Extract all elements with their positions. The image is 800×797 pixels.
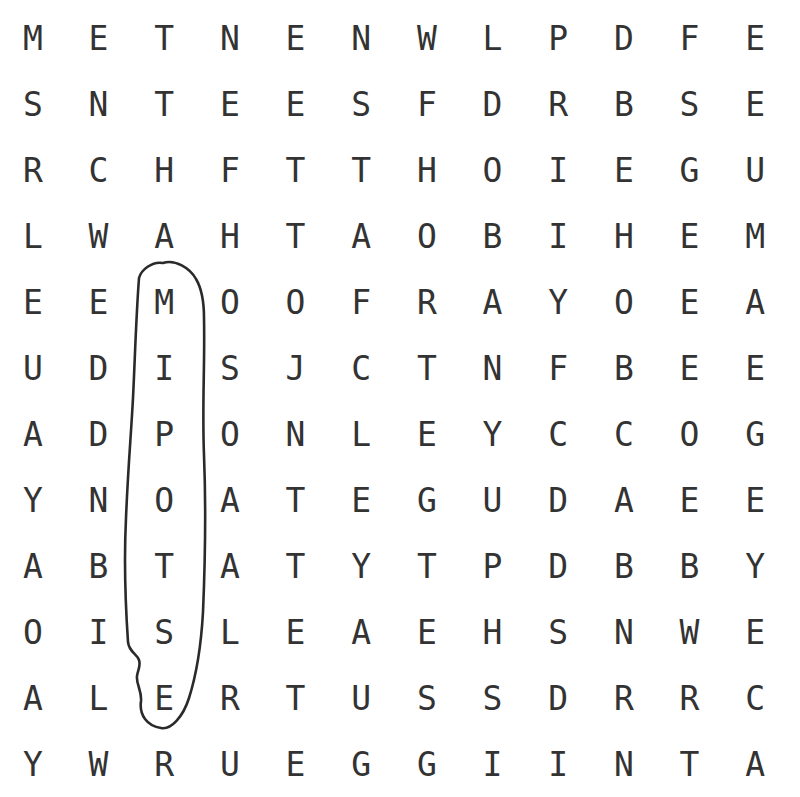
grid-cell[interactable]: I <box>525 731 591 797</box>
grid-cell[interactable]: B <box>460 204 526 270</box>
grid-cell[interactable]: A <box>197 467 263 533</box>
grid-cell[interactable]: I <box>525 138 591 204</box>
grid-cell[interactable]: A <box>131 204 197 270</box>
grid-cell[interactable]: I <box>460 731 526 797</box>
grid-cell[interactable]: S <box>0 72 66 138</box>
grid-cell[interactable]: D <box>591 6 657 72</box>
grid-cell[interactable]: E <box>722 599 788 665</box>
grid-cell[interactable]: N <box>328 6 394 72</box>
grid-cell[interactable]: E <box>722 72 788 138</box>
grid-cell[interactable]: N <box>591 599 657 665</box>
grid-cell[interactable]: O <box>657 401 723 467</box>
grid-cell[interactable]: A <box>328 204 394 270</box>
grid-cell[interactable]: Y <box>460 401 526 467</box>
grid-cell[interactable]: B <box>66 533 132 599</box>
grid-cell[interactable]: Y <box>525 270 591 336</box>
grid-cell[interactable]: B <box>591 72 657 138</box>
grid-cell[interactable]: D <box>525 467 591 533</box>
grid-cell[interactable]: F <box>394 72 460 138</box>
grid-cell[interactable]: E <box>591 138 657 204</box>
grid-cell[interactable]: O <box>460 138 526 204</box>
grid-cell[interactable]: H <box>394 138 460 204</box>
grid-cell[interactable]: E <box>657 270 723 336</box>
grid-cell[interactable]: D <box>525 533 591 599</box>
grid-cell[interactable]: L <box>328 401 394 467</box>
grid-cell[interactable]: D <box>525 665 591 731</box>
grid-cell[interactable]: M <box>0 6 66 72</box>
grid-cell[interactable]: N <box>460 336 526 402</box>
grid-cell[interactable]: C <box>722 665 788 731</box>
grid-cell[interactable]: H <box>591 204 657 270</box>
grid-cell[interactable]: I <box>131 336 197 402</box>
grid-cell[interactable]: J <box>263 336 329 402</box>
grid-cell[interactable]: N <box>591 731 657 797</box>
grid-cell[interactable]: H <box>197 204 263 270</box>
grid-cell[interactable]: N <box>263 401 329 467</box>
grid-cell[interactable]: N <box>197 6 263 72</box>
grid-cell[interactable]: T <box>131 533 197 599</box>
grid-cell[interactable]: Y <box>328 533 394 599</box>
grid-cell[interactable]: F <box>328 270 394 336</box>
grid-cell[interactable]: A <box>0 401 66 467</box>
grid-cell[interactable]: L <box>460 6 526 72</box>
grid-cell[interactable]: A <box>197 533 263 599</box>
grid-cell[interactable]: E <box>263 599 329 665</box>
grid-cell[interactable]: S <box>131 599 197 665</box>
grid-cell[interactable]: T <box>263 138 329 204</box>
grid-cell[interactable]: S <box>394 665 460 731</box>
grid-cell[interactable]: C <box>525 401 591 467</box>
grid-cell[interactable]: L <box>197 599 263 665</box>
grid-cell[interactable]: Y <box>722 533 788 599</box>
grid-cell[interactable]: E <box>394 599 460 665</box>
grid-cell[interactable]: S <box>525 599 591 665</box>
grid-cell[interactable]: R <box>0 138 66 204</box>
grid-cell[interactable]: G <box>394 731 460 797</box>
grid-cell[interactable]: Y <box>0 467 66 533</box>
grid-cell[interactable]: S <box>657 72 723 138</box>
grid-cell[interactable]: T <box>657 731 723 797</box>
grid-cell[interactable]: E <box>722 336 788 402</box>
grid-cell[interactable]: U <box>328 665 394 731</box>
grid-cell[interactable]: S <box>328 72 394 138</box>
grid-cell[interactable]: E <box>657 336 723 402</box>
grid-cell[interactable]: N <box>66 467 132 533</box>
grid-cell[interactable]: F <box>525 336 591 402</box>
grid-cell[interactable]: E <box>657 467 723 533</box>
grid-cell[interactable]: E <box>263 6 329 72</box>
grid-cell[interactable]: W <box>657 599 723 665</box>
grid-cell[interactable]: T <box>394 533 460 599</box>
grid-cell[interactable]: D <box>66 401 132 467</box>
grid-cell[interactable]: G <box>722 401 788 467</box>
grid-cell[interactable]: G <box>394 467 460 533</box>
grid-cell[interactable]: M <box>722 204 788 270</box>
grid-cell[interactable]: C <box>66 138 132 204</box>
grid-cell[interactable]: H <box>131 138 197 204</box>
grid-cell[interactable]: A <box>591 467 657 533</box>
grid-cell[interactable]: N <box>66 72 132 138</box>
grid-cell[interactable]: F <box>657 6 723 72</box>
grid-cell[interactable]: G <box>328 731 394 797</box>
grid-cell[interactable]: T <box>263 533 329 599</box>
grid-cell[interactable]: E <box>0 270 66 336</box>
grid-cell[interactable]: B <box>657 533 723 599</box>
grid-cell[interactable]: T <box>131 6 197 72</box>
grid-cell[interactable]: A <box>460 270 526 336</box>
grid-cell[interactable]: O <box>0 599 66 665</box>
grid-cell[interactable]: D <box>460 72 526 138</box>
grid-cell[interactable]: D <box>66 336 132 402</box>
grid-cell[interactable]: E <box>657 204 723 270</box>
grid-cell[interactable]: E <box>263 731 329 797</box>
grid-cell[interactable]: I <box>66 599 132 665</box>
grid-cell[interactable]: Y <box>0 731 66 797</box>
grid-cell[interactable]: H <box>460 599 526 665</box>
grid-cell[interactable]: I <box>525 204 591 270</box>
word-search-board: METNENWLPDFESNTEESFDRBSERCHFTTHOIEGULWAH… <box>0 0 800 797</box>
grid-cell[interactable]: O <box>197 401 263 467</box>
grid-cell[interactable]: E <box>197 72 263 138</box>
grid-cell[interactable]: A <box>722 270 788 336</box>
grid-cell[interactable]: O <box>394 204 460 270</box>
grid-cell[interactable]: B <box>591 336 657 402</box>
grid-cell[interactable]: C <box>328 336 394 402</box>
grid-cell[interactable]: R <box>657 665 723 731</box>
grid-cell[interactable]: T <box>263 204 329 270</box>
grid-cell[interactable]: U <box>197 731 263 797</box>
grid-cell[interactable]: W <box>66 204 132 270</box>
grid-cell[interactable]: O <box>197 270 263 336</box>
grid-cell[interactable]: A <box>328 599 394 665</box>
grid-cell[interactable]: E <box>131 665 197 731</box>
grid-cell[interactable]: E <box>66 270 132 336</box>
grid-cell[interactable]: P <box>460 533 526 599</box>
grid-cell[interactable]: T <box>131 72 197 138</box>
grid-cell[interactable]: R <box>131 731 197 797</box>
grid-cell[interactable]: W <box>66 731 132 797</box>
grid-cell[interactable]: T <box>263 665 329 731</box>
grid-cell[interactable]: F <box>197 138 263 204</box>
grid-cell[interactable]: G <box>657 138 723 204</box>
grid-cell[interactable]: S <box>460 665 526 731</box>
grid-cell[interactable]: B <box>591 533 657 599</box>
grid-cell[interactable]: A <box>0 533 66 599</box>
grid-cell[interactable]: L <box>66 665 132 731</box>
grid-cell[interactable]: E <box>394 401 460 467</box>
grid-cell[interactable]: R <box>197 665 263 731</box>
grid-cell[interactable]: P <box>525 6 591 72</box>
grid-cell[interactable]: E <box>263 72 329 138</box>
grid-cell[interactable]: E <box>66 6 132 72</box>
grid-cell[interactable]: U <box>722 138 788 204</box>
grid-cell[interactable]: P <box>131 401 197 467</box>
grid-cell[interactable]: W <box>394 6 460 72</box>
letter-grid: METNENWLPDFESNTEESFDRBSERCHFTTHOIEGULWAH… <box>0 6 788 797</box>
grid-cell[interactable]: A <box>0 665 66 731</box>
grid-cell[interactable]: T <box>328 138 394 204</box>
grid-cell[interactable]: E <box>328 467 394 533</box>
grid-cell[interactable]: L <box>0 204 66 270</box>
grid-cell[interactable]: R <box>591 665 657 731</box>
grid-cell[interactable]: S <box>197 336 263 402</box>
grid-cell[interactable]: T <box>394 336 460 402</box>
grid-cell[interactable]: A <box>722 731 788 797</box>
grid-cell[interactable]: E <box>722 6 788 72</box>
grid-cell[interactable]: C <box>591 401 657 467</box>
grid-cell[interactable]: O <box>591 270 657 336</box>
grid-cell[interactable]: E <box>722 467 788 533</box>
grid-cell[interactable]: U <box>460 467 526 533</box>
grid-cell[interactable]: U <box>0 336 66 402</box>
grid-cell[interactable]: O <box>131 467 197 533</box>
grid-cell[interactable]: O <box>263 270 329 336</box>
grid-cell[interactable]: T <box>263 467 329 533</box>
grid-cell[interactable]: R <box>525 72 591 138</box>
grid-cell[interactable]: M <box>131 270 197 336</box>
grid-cell[interactable]: R <box>394 270 460 336</box>
